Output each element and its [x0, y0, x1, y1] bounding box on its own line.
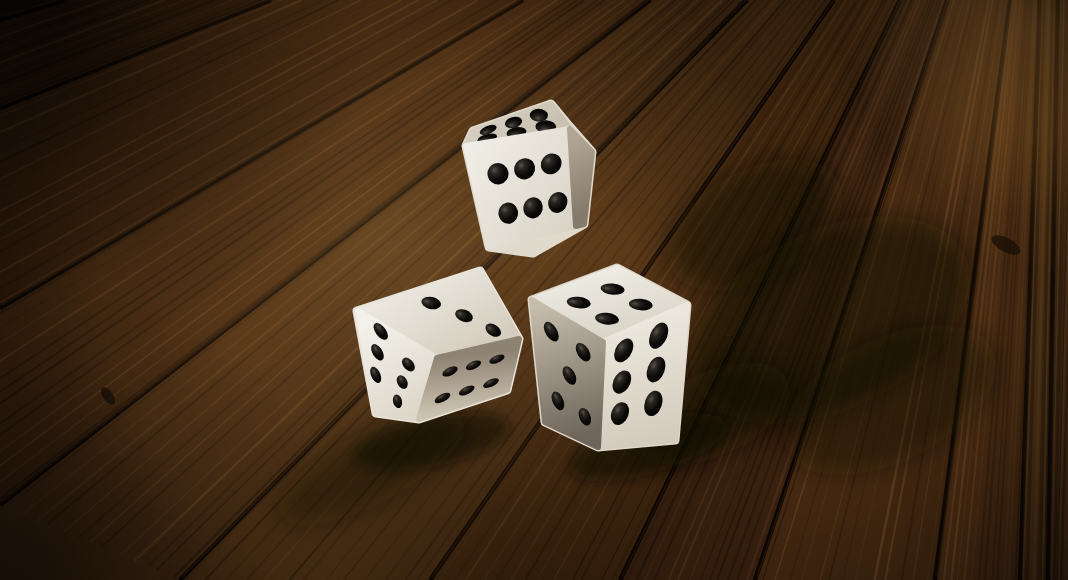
dice-photo — [0, 0, 1068, 580]
die-right — [532, 268, 687, 447]
die-top — [466, 104, 592, 253]
die-top-face-front — [466, 129, 576, 247]
photo-canvas — [0, 0, 1068, 580]
